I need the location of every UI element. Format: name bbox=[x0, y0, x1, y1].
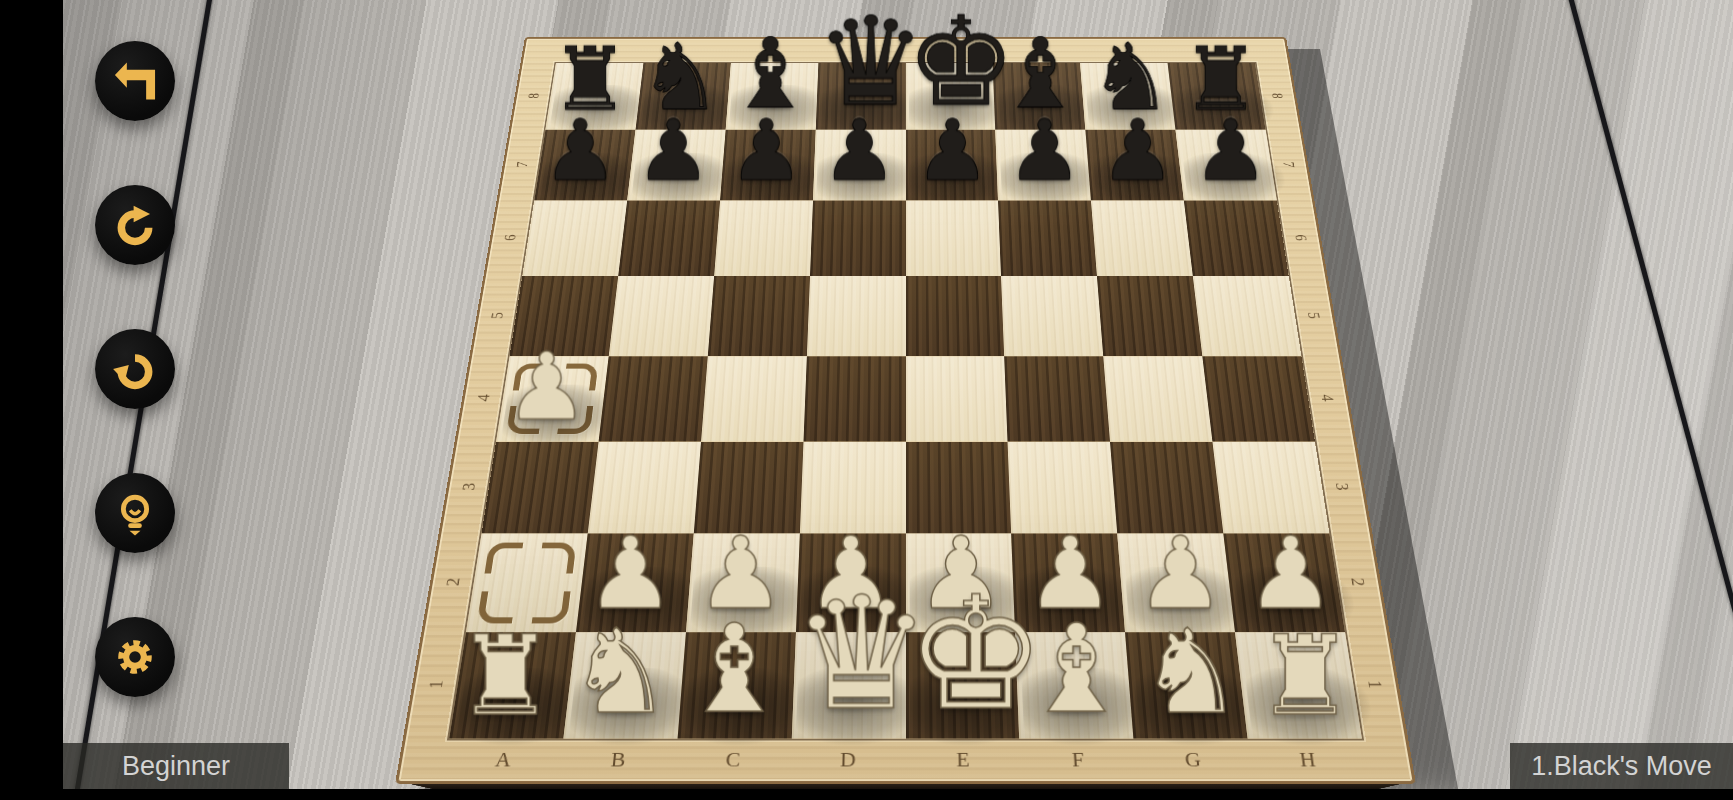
file-label-f: F bbox=[1071, 747, 1085, 772]
square-b5[interactable] bbox=[609, 276, 714, 356]
rank-label-right-2: 2 bbox=[1347, 578, 1369, 586]
square-a4[interactable]: ♟ bbox=[496, 356, 609, 442]
back-button[interactable] bbox=[95, 41, 175, 121]
black-pawn-e7[interactable]: ♟ bbox=[906, 111, 999, 191]
square-g4[interactable] bbox=[1103, 356, 1212, 442]
rank-label-right-6: 6 bbox=[1291, 234, 1310, 240]
gear-icon bbox=[109, 631, 161, 683]
black-pawn-b7[interactable]: ♟ bbox=[627, 111, 720, 191]
rank-label-left-3: 3 bbox=[459, 483, 480, 491]
new-game-button[interactable] bbox=[95, 185, 175, 265]
square-h4[interactable] bbox=[1202, 356, 1315, 442]
square-e7[interactable]: ♟ bbox=[906, 130, 999, 201]
white-queen-d1[interactable]: ♛ bbox=[791, 580, 905, 728]
black-pawn-g7[interactable]: ♟ bbox=[1091, 111, 1184, 191]
black-pawn-f7[interactable]: ♟ bbox=[998, 111, 1091, 191]
square-b4[interactable] bbox=[598, 356, 707, 442]
lightbulb-icon bbox=[109, 487, 161, 539]
square-h7[interactable]: ♟ bbox=[1176, 130, 1277, 201]
square-h1[interactable]: ♜ bbox=[1235, 632, 1362, 738]
square-d4[interactable] bbox=[803, 356, 905, 442]
square-e1[interactable]: ♚ bbox=[906, 632, 1020, 738]
letterbox-bottom-bar bbox=[0, 789, 1733, 800]
rank-label-left-7: 7 bbox=[513, 162, 531, 168]
black-pawn-d7[interactable]: ♟ bbox=[813, 111, 906, 191]
square-b1[interactable]: ♞ bbox=[563, 632, 685, 738]
difficulty-level-label: Beginner bbox=[63, 743, 289, 789]
square-g1[interactable]: ♞ bbox=[1125, 632, 1247, 738]
square-e4[interactable] bbox=[906, 356, 1008, 442]
square-h5[interactable] bbox=[1193, 276, 1301, 356]
square-c4[interactable] bbox=[701, 356, 807, 442]
square-c1[interactable]: ♝ bbox=[677, 632, 795, 738]
rank-label-left-1: 1 bbox=[425, 680, 448, 689]
square-a6[interactable] bbox=[522, 200, 627, 275]
white-bishop-c1[interactable]: ♝ bbox=[677, 612, 791, 728]
file-label-c: C bbox=[725, 747, 741, 772]
move-status-label: 1.Black's Move bbox=[1510, 743, 1733, 789]
white-rook-a1[interactable]: ♜ bbox=[448, 623, 562, 728]
undo-button[interactable] bbox=[95, 329, 175, 409]
square-f1[interactable]: ♝ bbox=[1015, 632, 1133, 738]
hint-button[interactable] bbox=[95, 473, 175, 553]
square-b7[interactable]: ♟ bbox=[627, 130, 725, 201]
square-c5[interactable] bbox=[708, 276, 810, 356]
square-b6[interactable] bbox=[618, 200, 720, 275]
board-squares-grid: ♜♞♝♛♚♝♞♜♟♟♟♟♟♟♟♟♟♟♟♟♟♟♟♟♜♞♝♛♚♝♞♜ bbox=[449, 63, 1362, 739]
return-arrow-icon bbox=[109, 55, 161, 107]
square-h6[interactable] bbox=[1184, 200, 1289, 275]
rank-label-left-6: 6 bbox=[501, 234, 520, 240]
square-f7[interactable]: ♟ bbox=[996, 130, 1092, 201]
file-label-a: A bbox=[494, 747, 513, 772]
settings-button[interactable] bbox=[95, 617, 175, 697]
square-f6[interactable] bbox=[998, 200, 1097, 275]
square-f5[interactable] bbox=[1001, 276, 1103, 356]
rank-label-left-8: 8 bbox=[525, 93, 543, 98]
rank-label-right-1: 1 bbox=[1363, 680, 1386, 689]
app-screen: ♜♞♝♛♚♝♞♜♟♟♟♟♟♟♟♟♟♟♟♟♟♟♟♟♜♞♝♛♚♝♞♜ ABCDEFG… bbox=[0, 0, 1733, 800]
white-pawn-h2[interactable]: ♟ bbox=[1236, 527, 1346, 622]
white-bishop-f1[interactable]: ♝ bbox=[1020, 612, 1134, 728]
file-label-b: B bbox=[610, 747, 627, 772]
square-f4[interactable] bbox=[1004, 356, 1110, 442]
square-e6[interactable] bbox=[906, 200, 1002, 275]
file-labels: ABCDEFGH bbox=[442, 739, 1368, 781]
black-pawn-a7[interactable]: ♟ bbox=[534, 111, 627, 191]
rank-label-right-8: 8 bbox=[1268, 93, 1286, 98]
square-d1[interactable]: ♛ bbox=[791, 632, 905, 738]
square-a1[interactable]: ♜ bbox=[449, 632, 576, 738]
file-label-e: E bbox=[956, 747, 970, 772]
square-c6[interactable] bbox=[714, 200, 813, 275]
rank-label-right-3: 3 bbox=[1331, 483, 1352, 491]
black-pawn-c7[interactable]: ♟ bbox=[720, 111, 813, 191]
chess-board[interactable]: ♜♞♝♛♚♝♞♜♟♟♟♟♟♟♟♟♟♟♟♟♟♟♟♟♜♞♝♛♚♝♞♜ ABCDEFG… bbox=[395, 37, 1416, 784]
white-rook-h1[interactable]: ♜ bbox=[1248, 623, 1362, 728]
file-label-g: G bbox=[1184, 747, 1202, 772]
rank-label-left-5: 5 bbox=[488, 312, 508, 319]
white-knight-b1[interactable]: ♞ bbox=[563, 617, 677, 728]
refresh-icon bbox=[109, 199, 161, 251]
letterbox-left-bar bbox=[0, 0, 63, 800]
square-d5[interactable] bbox=[807, 276, 906, 356]
white-pawn-a4[interactable]: ♟ bbox=[495, 344, 598, 432]
square-a7[interactable]: ♟ bbox=[534, 130, 635, 201]
rank-label-left-4: 4 bbox=[474, 395, 494, 402]
square-d7[interactable]: ♟ bbox=[813, 130, 906, 201]
square-g6[interactable] bbox=[1091, 200, 1193, 275]
undo-arrow-icon bbox=[109, 343, 161, 395]
square-e5[interactable] bbox=[906, 276, 1005, 356]
white-king-e1[interactable]: ♚ bbox=[906, 580, 1020, 728]
square-g5[interactable] bbox=[1097, 276, 1202, 356]
square-g7[interactable]: ♟ bbox=[1086, 130, 1184, 201]
rank-label-right-4: 4 bbox=[1317, 395, 1337, 402]
square-d6[interactable] bbox=[810, 200, 906, 275]
file-label-h: H bbox=[1298, 747, 1317, 772]
rank-label-left-2: 2 bbox=[442, 578, 464, 586]
file-label-d: D bbox=[840, 747, 856, 772]
rank-label-right-7: 7 bbox=[1279, 162, 1297, 168]
white-knight-g1[interactable]: ♞ bbox=[1134, 617, 1248, 728]
square-a3[interactable] bbox=[482, 442, 599, 534]
rank-label-right-5: 5 bbox=[1304, 312, 1324, 319]
black-pawn-h7[interactable]: ♟ bbox=[1184, 111, 1277, 191]
square-c7[interactable]: ♟ bbox=[720, 130, 816, 201]
